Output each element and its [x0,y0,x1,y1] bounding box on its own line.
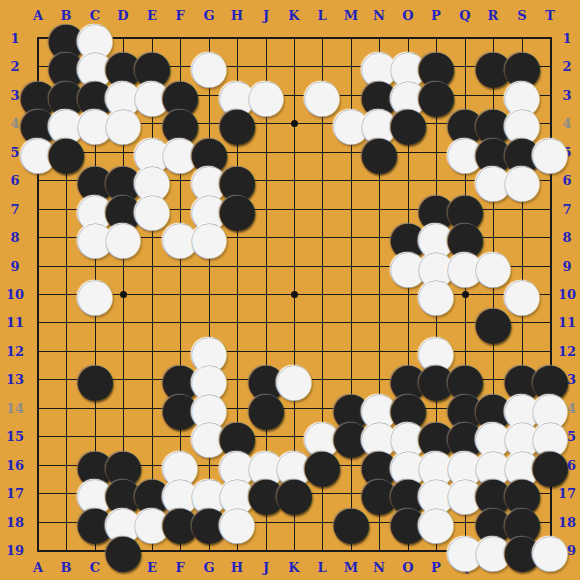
row-label-left-14: 14 [6,401,24,416]
col-label-top-n: N [373,8,385,23]
star-point-k4 [291,120,298,127]
row-label-right-11: 11 [558,315,576,330]
row-label-left-8: 8 [10,230,19,245]
black-stone-r11[interactable]: ● [478,307,508,337]
row-label-left-1: 1 [10,31,19,46]
col-label-bottom-e: E [147,560,157,575]
col-label-top-h: H [231,8,243,23]
col-label-top-q: Q [459,8,470,23]
row-label-left-9: 9 [10,259,19,274]
col-label-bottom-m: M [344,560,358,575]
col-label-bottom-a: A [33,560,43,575]
col-label-bottom-n: N [373,560,385,575]
row-label-right-7: 7 [562,202,571,217]
row-label-left-11: 11 [6,315,24,330]
col-label-bottom-o: O [402,560,413,575]
col-label-top-d: D [117,8,128,23]
col-label-top-o: O [402,8,413,23]
row-label-right-8: 8 [562,230,571,245]
black-stone-m18[interactable]: ● [336,507,366,537]
white-stone-s6[interactable]: ● [507,165,537,195]
row-label-left-15: 15 [6,429,24,444]
col-label-top-l: L [317,8,326,23]
col-label-bottom-k: K [288,560,299,575]
black-stone-d19[interactable]: ● [108,535,138,565]
row-label-left-13: 13 [6,372,24,387]
white-stone-p10[interactable]: ● [421,279,451,309]
col-label-bottom-c: C [90,560,100,575]
white-stone-c10[interactable]: ● [80,279,110,309]
col-label-top-m: M [344,8,358,23]
row-label-right-9: 9 [562,259,571,274]
row-label-left-16: 16 [6,458,24,473]
white-stone-g8[interactable]: ● [194,222,224,252]
col-label-top-a: A [33,8,43,23]
col-label-bottom-f: F [175,560,184,575]
row-label-right-2: 2 [562,59,571,74]
col-label-bottom-g: G [203,560,214,575]
row-label-right-1: 1 [562,31,571,46]
row-label-right-10: 10 [558,287,576,302]
black-stone-k17[interactable]: ● [279,478,309,508]
col-label-bottom-p: P [431,560,441,575]
row-label-left-19: 19 [6,543,24,558]
col-label-bottom-h: H [231,560,243,575]
col-label-top-j: J [263,8,269,23]
white-stone-h18[interactable]: ● [222,507,252,537]
white-stone-t19[interactable]: ● [535,535,565,565]
col-label-top-g: G [203,8,214,23]
star-point-d10 [120,291,127,298]
col-label-top-p: P [431,8,441,23]
col-label-top-k: K [288,8,299,23]
col-label-bottom-j: J [263,560,269,575]
go-board[interactable]: AABBCCDDEEFFGGHHJJKKLLMMNNOOPPQQRRSSTT11… [0,0,580,580]
col-label-top-s: S [517,8,526,23]
col-label-bottom-b: B [61,560,72,575]
black-stone-c13[interactable]: ● [80,364,110,394]
row-label-left-12: 12 [6,344,24,359]
white-stone-d8[interactable]: ● [108,222,138,252]
col-label-top-r: R [488,8,499,23]
row-label-right-3: 3 [562,88,571,103]
row-label-left-17: 17 [6,486,24,501]
row-label-left-10: 10 [6,287,24,302]
col-label-top-e: E [147,8,157,23]
row-label-left-18: 18 [6,515,24,530]
col-label-top-t: T [545,8,555,23]
star-point-k10 [291,291,298,298]
row-label-left-7: 7 [10,202,19,217]
black-stone-n5[interactable]: ● [364,137,394,167]
col-label-bottom-l: L [317,560,326,575]
col-label-top-f: F [175,8,184,23]
